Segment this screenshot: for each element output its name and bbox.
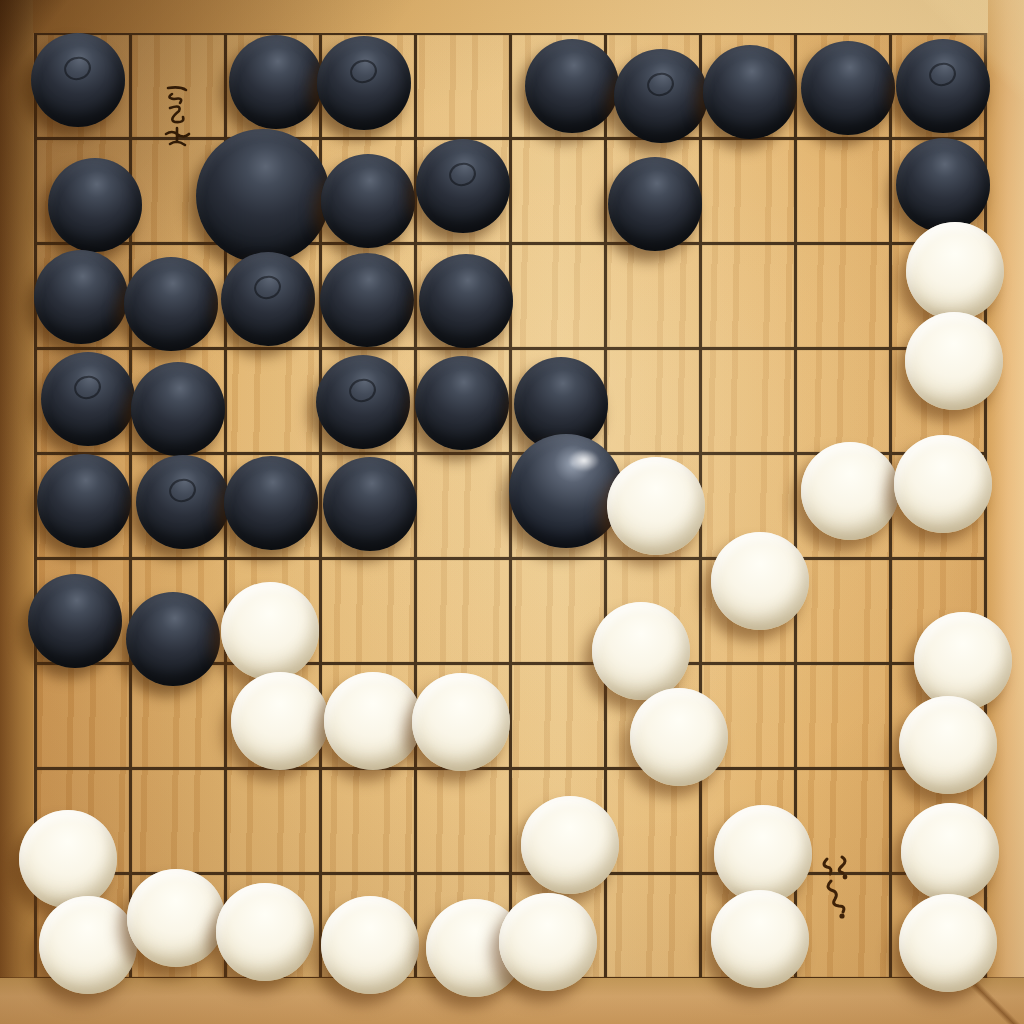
white-stone[interactable] xyxy=(412,673,510,771)
white-stone[interactable] xyxy=(321,896,419,994)
black-stone[interactable] xyxy=(31,33,125,127)
white-stone[interactable] xyxy=(905,312,1003,410)
black-stone[interactable] xyxy=(320,253,414,347)
white-stone[interactable] xyxy=(899,696,997,794)
white-stone[interactable] xyxy=(231,672,329,770)
black-stone[interactable] xyxy=(48,158,142,252)
black-stone[interactable] xyxy=(196,129,330,263)
black-stone[interactable] xyxy=(131,362,225,456)
white-stone[interactable] xyxy=(592,602,690,700)
white-stone[interactable] xyxy=(914,612,1012,710)
black-stone[interactable] xyxy=(896,39,990,133)
white-stone[interactable] xyxy=(901,803,999,901)
white-stone[interactable] xyxy=(499,893,597,991)
board-frame-top-edge xyxy=(0,0,1024,33)
white-stone[interactable] xyxy=(630,688,728,786)
black-stone[interactable] xyxy=(224,456,318,550)
black-stone[interactable] xyxy=(801,41,895,135)
black-stone[interactable] xyxy=(124,257,218,351)
white-stone[interactable] xyxy=(19,810,117,908)
black-stone[interactable] xyxy=(126,592,220,686)
black-stone[interactable] xyxy=(229,35,323,129)
black-stone[interactable] xyxy=(614,49,708,143)
black-stone[interactable] xyxy=(525,39,619,133)
board-frame-bottom-edge xyxy=(0,978,1024,1024)
black-stone[interactable] xyxy=(419,254,513,348)
white-stone[interactable] xyxy=(607,457,705,555)
go-board-photo xyxy=(0,0,1024,1024)
black-stone[interactable] xyxy=(316,355,410,449)
black-stone[interactable] xyxy=(416,139,510,233)
grid-line-horizontal xyxy=(35,767,985,770)
black-stone[interactable] xyxy=(896,138,990,232)
black-stone[interactable] xyxy=(34,250,128,344)
white-stone[interactable] xyxy=(127,869,225,967)
white-stone[interactable] xyxy=(216,883,314,981)
black-stone[interactable] xyxy=(317,36,411,130)
white-stone[interactable] xyxy=(906,222,1004,320)
white-stone[interactable] xyxy=(221,582,319,680)
white-stone[interactable] xyxy=(894,435,992,533)
white-stone[interactable] xyxy=(521,796,619,894)
white-stone[interactable] xyxy=(801,442,899,540)
white-stone[interactable] xyxy=(324,672,422,770)
black-stone[interactable] xyxy=(221,252,315,346)
black-stone[interactable] xyxy=(37,454,131,548)
white-stone[interactable] xyxy=(714,805,812,903)
grid-line-horizontal xyxy=(35,242,985,245)
black-stone[interactable] xyxy=(415,356,509,450)
black-stone[interactable] xyxy=(136,455,230,549)
grid-line-horizontal xyxy=(35,557,985,560)
white-stone[interactable] xyxy=(899,894,997,992)
maker-brand-mark-icon xyxy=(815,853,855,921)
white-stone[interactable] xyxy=(711,532,809,630)
white-stone[interactable] xyxy=(711,890,809,988)
black-stone[interactable] xyxy=(323,457,417,551)
black-stone[interactable] xyxy=(509,434,623,548)
black-stone[interactable] xyxy=(41,352,135,446)
black-stone[interactable] xyxy=(703,45,797,139)
black-stone[interactable] xyxy=(608,157,702,251)
white-stone[interactable] xyxy=(39,896,137,994)
maker-signature-mark-icon xyxy=(158,84,196,150)
black-stone[interactable] xyxy=(28,574,122,668)
black-stone[interactable] xyxy=(321,154,415,248)
